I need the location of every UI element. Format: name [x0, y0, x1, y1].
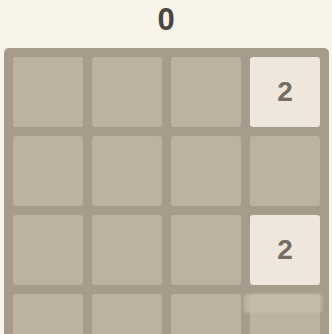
board-cell-empty	[171, 136, 241, 206]
board-cell-empty	[171, 215, 241, 285]
board-cell-empty	[13, 215, 83, 285]
board-cell-empty	[13, 136, 83, 206]
board-cell-empty	[92, 136, 162, 206]
board-cell-empty	[92, 215, 162, 285]
spawning-tile-band	[244, 294, 322, 313]
tile-2: 2	[250, 57, 320, 127]
score-value: 0	[157, 0, 174, 40]
board-cell-empty	[13, 294, 83, 334]
board-cell-empty	[92, 57, 162, 127]
board-cell-empty	[13, 57, 83, 127]
board-cell-empty	[92, 294, 162, 334]
score-header: 0	[0, 0, 332, 46]
board-cell-empty	[171, 57, 241, 127]
board-cell-empty	[171, 294, 241, 334]
board-cell-empty	[250, 136, 320, 206]
game-board-2048[interactable]: 22	[4, 48, 329, 334]
tile-2: 2	[250, 215, 320, 285]
